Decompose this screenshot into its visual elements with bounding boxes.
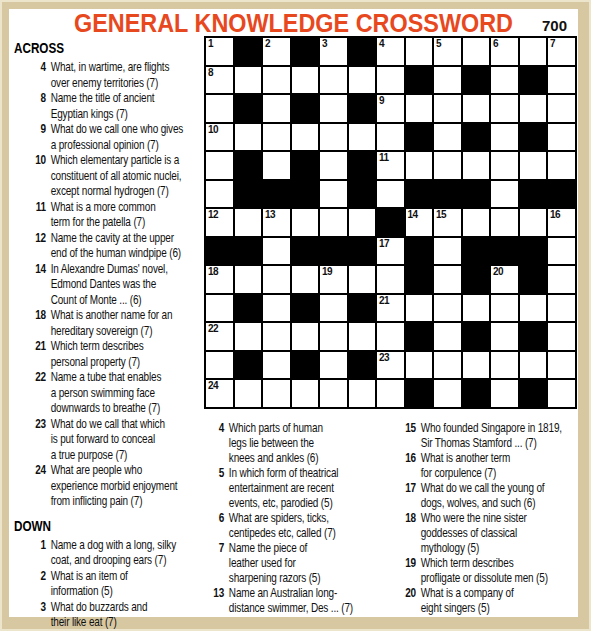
page-frame: GENERAL KNOWLEDGE CROSSWORD 700 12345678… (0, 0, 591, 631)
cell-number: 7 (550, 38, 555, 49)
clue-down-20: 20What is a company of eight singers (5) (391, 585, 578, 615)
cell-r4c3[interactable] (263, 124, 290, 151)
cell-r2c2[interactable] (235, 67, 262, 94)
cell-r2c9[interactable] (434, 67, 461, 94)
clue-number: 1 (14, 537, 51, 553)
clue-number: 23 (14, 416, 51, 432)
cell-r13c10 (463, 380, 490, 407)
cell-r6c7[interactable] (377, 181, 404, 208)
cell-r10c5[interactable] (320, 295, 347, 322)
cell-r11c8 (406, 323, 433, 350)
cell-r6c1[interactable] (206, 181, 233, 208)
clue-text: Which elementary particle is a constitue… (51, 152, 205, 199)
clue-number: 7 (207, 540, 229, 555)
clue-across-14: 14In Alexandre Dumas' novel, Edmond Dant… (14, 261, 204, 308)
cell-r10c3[interactable] (263, 295, 290, 322)
cell-r11c6[interactable] (349, 323, 376, 350)
cell-r8c1 (206, 238, 233, 265)
cell-r7c7 (377, 209, 404, 236)
clue-text: What, in wartime, are flights over enemy… (51, 59, 205, 90)
cell-number: 8 (208, 67, 213, 78)
cell-r6c13 (548, 181, 575, 208)
cell-r9c6[interactable] (349, 266, 376, 293)
clue-text: Name the title of ancient Egyptian kings… (51, 90, 205, 121)
cell-r5c5[interactable] (320, 152, 347, 179)
clue-number: 20 (391, 585, 421, 600)
clue-number: 2 (14, 568, 51, 584)
clue-column-left: ACROSS 4What, in wartime, are flights ov… (14, 40, 204, 630)
cell-number: 17 (379, 238, 389, 249)
cell-r6c4 (292, 181, 319, 208)
cell-r7c6[interactable] (349, 209, 376, 236)
cell-r13c6[interactable] (349, 380, 376, 407)
cell-r5c8[interactable] (406, 152, 433, 179)
clue-number: 4 (207, 420, 229, 435)
cell-r1c6 (349, 38, 376, 65)
clue-number: 5 (207, 465, 229, 480)
cell-r13c8 (406, 380, 433, 407)
clue-down-17: 17What do we call the young of dogs, wol… (391, 480, 578, 510)
cell-r6c10 (463, 181, 490, 208)
clue-text: What is a company of eight singers (5) (421, 585, 579, 615)
cell-r12c13[interactable] (548, 352, 575, 379)
cell-r1c8[interactable] (406, 38, 433, 65)
cell-r12c6 (349, 352, 376, 379)
cell-r2c4[interactable] (292, 67, 319, 94)
clue-number: 24 (14, 462, 51, 478)
clue-down-13: 13Name an Australian long- distance swim… (207, 585, 391, 615)
cell-r4c11[interactable] (491, 124, 518, 151)
down-clue-list-middle: 4Which parts of human legs lie between t… (207, 420, 391, 615)
cell-r10c6 (349, 295, 376, 322)
cell-r6c12 (520, 181, 547, 208)
cell-r5c11[interactable] (491, 152, 518, 179)
clue-text: What do we call one who gives a professi… (51, 121, 205, 152)
cell-r1c9[interactable]: 5 (434, 38, 461, 65)
cell-r9c13[interactable] (548, 266, 575, 293)
cell-r4c12 (520, 124, 547, 151)
cell-r13c7[interactable] (377, 380, 404, 407)
clue-down-18: 18Who were the nine sister goddesses of … (391, 510, 578, 555)
cell-r7c4[interactable] (292, 209, 319, 236)
cell-r9c9[interactable] (434, 266, 461, 293)
cell-r12c4 (292, 352, 319, 379)
cell-r4c1[interactable]: 10 (206, 124, 233, 151)
clue-down-2: 2What is an item of information (5) (14, 568, 204, 599)
cell-number: 21 (379, 295, 389, 306)
cell-r6c6 (349, 181, 376, 208)
cell-r7c5[interactable] (320, 209, 347, 236)
cell-r11c11[interactable] (491, 323, 518, 350)
cell-r3c11[interactable] (491, 95, 518, 122)
cell-r4c6[interactable] (349, 124, 376, 151)
cell-r11c7[interactable] (377, 323, 404, 350)
cell-r3c10[interactable] (463, 95, 490, 122)
clue-number: 6 (207, 510, 229, 525)
cell-number: 11 (379, 152, 389, 163)
clue-down-16: 16What is another term for corpulence (7… (391, 450, 578, 480)
across-heading: ACROSS (14, 40, 204, 56)
cell-r8c2 (235, 238, 262, 265)
cell-number: 6 (493, 38, 498, 49)
cell-r10c1[interactable] (206, 295, 233, 322)
cell-r11c1[interactable]: 22 (206, 323, 233, 350)
cell-r8c9[interactable] (434, 238, 461, 265)
cell-r8c12 (520, 238, 547, 265)
cell-r1c13[interactable]: 7 (548, 38, 575, 65)
cell-r3c7[interactable]: 9 (377, 95, 404, 122)
cell-number: 3 (322, 38, 327, 49)
cell-number: 16 (550, 209, 560, 220)
clue-column-right: 15Who founded Singapore in 1819, Sir Tho… (391, 420, 578, 615)
clue-text: Which term describes personal property (… (51, 338, 205, 369)
cell-r2c10 (463, 67, 490, 94)
cell-r1c3[interactable]: 2 (263, 38, 290, 65)
clue-down-3: 3What do buzzards and their like eat (7) (14, 599, 204, 630)
cell-r12c10[interactable] (463, 352, 490, 379)
cell-r6c8 (406, 181, 433, 208)
cell-number: 15 (436, 209, 446, 220)
cell-r11c12 (520, 323, 547, 350)
clue-text: Which term describes profligate or disso… (421, 555, 579, 585)
cell-r12c11[interactable] (491, 352, 518, 379)
cell-r3c2 (235, 95, 262, 122)
cell-r2c7[interactable] (377, 67, 404, 94)
cell-number: 13 (265, 209, 275, 220)
cell-r13c11[interactable] (491, 380, 518, 407)
cell-r8c10 (463, 238, 490, 265)
cell-r9c11[interactable]: 20 (491, 266, 518, 293)
cell-r7c2[interactable] (235, 209, 262, 236)
cell-r3c13[interactable] (548, 95, 575, 122)
cell-r10c9[interactable] (434, 295, 461, 322)
clue-down-5: 5In which form of theatrical entertainme… (207, 465, 391, 510)
cell-r2c8 (406, 67, 433, 94)
cell-r13c1[interactable]: 24 (206, 380, 233, 407)
clue-number: 21 (14, 338, 51, 354)
clue-text: In which form of theatrical entertainmen… (229, 465, 391, 510)
cell-r9c7[interactable] (377, 266, 404, 293)
cell-r11c4[interactable] (292, 323, 319, 350)
cell-r12c2 (235, 352, 262, 379)
cell-number: 24 (208, 380, 218, 391)
cell-r2c3[interactable] (263, 67, 290, 94)
cell-r13c13[interactable] (548, 380, 575, 407)
cell-number: 14 (408, 209, 418, 220)
cell-number: 19 (322, 266, 332, 277)
cell-r9c10 (463, 266, 490, 293)
clue-down-15: 15Who founded Singapore in 1819, Sir Tho… (391, 420, 578, 450)
clue-number: 10 (14, 152, 51, 168)
cell-r3c4 (292, 95, 319, 122)
clue-text: What is an item of information (5) (51, 568, 205, 599)
cell-r4c2[interactable] (235, 124, 262, 151)
cell-r11c9[interactable] (434, 323, 461, 350)
clue-across-11: 11What is a more common term for the pat… (14, 199, 204, 230)
cell-r5c13[interactable] (548, 152, 575, 179)
cell-r5c10[interactable] (463, 152, 490, 179)
cell-number: 1 (208, 38, 213, 49)
clue-text: What are people who experience morbid en… (51, 462, 205, 509)
cell-r1c4 (292, 38, 319, 65)
clue-text: What do we call the young of dogs, wolve… (421, 480, 579, 510)
cell-r4c5[interactable] (320, 124, 347, 151)
cell-r12c1[interactable] (206, 352, 233, 379)
cell-r12c9[interactable] (434, 352, 461, 379)
cell-r6c9 (434, 181, 461, 208)
cell-r1c1[interactable]: 1 (206, 38, 233, 65)
cell-r10c7[interactable]: 21 (377, 295, 404, 322)
clue-down-6: 6What are spiders, ticks, centipedes etc… (207, 510, 391, 540)
down-clue-list-right: 15Who founded Singapore in 1819, Sir Tho… (391, 420, 578, 615)
cell-r9c8 (406, 266, 433, 293)
cell-r7c10[interactable] (463, 209, 490, 236)
cell-number: 2 (265, 38, 270, 49)
clue-text: What do we call that which is put forwar… (51, 416, 205, 463)
clue-across-9: 9What do we call one who gives a profess… (14, 121, 204, 152)
cell-number: 18 (208, 266, 218, 277)
cell-r7c1[interactable]: 12 (206, 209, 233, 236)
cell-r7c8[interactable]: 14 (406, 209, 433, 236)
clue-number: 11 (14, 199, 51, 215)
cell-r6c5[interactable] (320, 181, 347, 208)
cell-r10c12[interactable] (520, 295, 547, 322)
clue-across-22: 22Name a tube that enables a person swim… (14, 369, 204, 416)
cell-r6c2 (235, 181, 262, 208)
clue-number: 13 (207, 585, 229, 600)
clue-number: 3 (14, 599, 51, 615)
cell-r1c2 (235, 38, 262, 65)
cell-r9c4[interactable] (292, 266, 319, 293)
crossword-grid: 123456789101112131415161718192021222324 (204, 36, 577, 409)
cell-r3c8[interactable] (406, 95, 433, 122)
down-heading: DOWN (14, 518, 204, 534)
cell-r2c6[interactable] (349, 67, 376, 94)
cell-r10c11[interactable] (491, 295, 518, 322)
cell-r12c5[interactable] (320, 352, 347, 379)
clue-number: 12 (14, 230, 51, 246)
clue-down-19: 19Which term describes profligate or dis… (391, 555, 578, 585)
cell-r5c1[interactable] (206, 152, 233, 179)
cell-r11c5[interactable] (320, 323, 347, 350)
cell-r8c3[interactable] (263, 238, 290, 265)
cell-r3c12[interactable] (520, 95, 547, 122)
clue-number: 19 (391, 555, 421, 570)
cell-r10c4 (292, 295, 319, 322)
clue-text: What is a more common term for the patel… (51, 199, 205, 230)
cell-r11c3[interactable] (263, 323, 290, 350)
puzzle-title: GENERAL KNOWLEDGE CROSSWORD (37, 10, 549, 36)
clue-across-10: 10Which elementary particle is a constit… (14, 152, 204, 199)
cell-r10c13[interactable] (548, 295, 575, 322)
clue-number: 18 (14, 307, 51, 323)
cell-r12c7[interactable]: 23 (377, 352, 404, 379)
cell-r5c6 (349, 152, 376, 179)
cell-r1c7[interactable]: 4 (377, 38, 404, 65)
cell-r12c12[interactable] (520, 352, 547, 379)
clue-down-7: 7Name the piece of leather used for shar… (207, 540, 391, 585)
cell-r12c3[interactable] (263, 352, 290, 379)
clue-down-1: 1Name a dog with a long, silky coat, and… (14, 537, 204, 568)
cell-r7c13[interactable]: 16 (548, 209, 575, 236)
clue-column-middle: 4Which parts of human legs lie between t… (207, 420, 391, 615)
clue-text: What do buzzards and their like eat (7) (51, 599, 205, 630)
clue-text: In Alexandre Dumas' novel, Edmond Dantes… (51, 261, 205, 308)
cell-r2c1[interactable]: 8 (206, 67, 233, 94)
clue-number: 9 (14, 121, 51, 137)
cell-r8c4 (292, 238, 319, 265)
clue-across-24: 24What are people who experience morbid … (14, 462, 204, 509)
cell-r4c8 (406, 124, 433, 151)
cell-r8c7[interactable]: 17 (377, 238, 404, 265)
clue-text: Name a dog with a long, silky coat, and … (51, 537, 205, 568)
clue-text: What are spiders, ticks, centipedes etc,… (229, 510, 391, 540)
cell-r8c5 (320, 238, 347, 265)
cell-r4c9[interactable] (434, 124, 461, 151)
cell-r13c12 (520, 380, 547, 407)
clue-down-4: 4Which parts of human legs lie between t… (207, 420, 391, 465)
cell-r10c2 (235, 295, 262, 322)
clue-number: 16 (391, 450, 421, 465)
cell-r9c12 (520, 266, 547, 293)
cell-r9c3[interactable] (263, 266, 290, 293)
clue-across-23: 23What do we call that which is put forw… (14, 416, 204, 463)
cell-r2c5[interactable] (320, 67, 347, 94)
clue-across-4: 4What, in wartime, are flights over enem… (14, 59, 204, 90)
cell-r13c9[interactable] (434, 380, 461, 407)
cell-r4c7[interactable] (377, 124, 404, 151)
cell-r1c10[interactable] (463, 38, 490, 65)
cell-r7c9[interactable]: 15 (434, 209, 461, 236)
cell-r1c5[interactable]: 3 (320, 38, 347, 65)
cell-r11c10 (463, 323, 490, 350)
clue-across-18: 18What is another name for an hereditary… (14, 307, 204, 338)
cell-r8c13[interactable] (548, 238, 575, 265)
puzzle-number: 700 (542, 17, 567, 34)
clue-text: Who were the nine sister goddesses of cl… (421, 510, 579, 555)
cell-r12c8[interactable] (406, 352, 433, 379)
cell-number: 4 (379, 38, 384, 49)
cell-r8c6 (349, 238, 376, 265)
cell-number: 10 (208, 124, 218, 135)
cell-r6c11[interactable] (491, 181, 518, 208)
clue-number: 17 (391, 480, 421, 495)
down-clue-list-left: 1Name a dog with a long, silky coat, and… (14, 537, 204, 630)
cell-r11c2[interactable] (235, 323, 262, 350)
cell-r5c7[interactable]: 11 (377, 152, 404, 179)
clue-number: 15 (391, 420, 421, 435)
clue-number: 22 (14, 369, 51, 385)
cell-r8c8 (406, 238, 433, 265)
clue-text: What is another name for an hereditary s… (51, 307, 205, 338)
cell-r3c3[interactable] (263, 95, 290, 122)
cell-r11c13[interactable] (548, 323, 575, 350)
clue-text: Name an Australian long- distance swimme… (229, 585, 391, 615)
cell-r13c4[interactable] (292, 380, 319, 407)
cell-r5c2 (235, 152, 262, 179)
cell-number: 23 (379, 352, 389, 363)
cell-number: 22 (208, 323, 218, 334)
cell-r3c9[interactable] (434, 95, 461, 122)
cell-r13c2[interactable] (235, 380, 262, 407)
clue-number: 8 (14, 90, 51, 106)
puzzle-panel: GENERAL KNOWLEDGE CROSSWORD 700 12345678… (9, 9, 578, 617)
cell-r13c3[interactable] (263, 380, 290, 407)
cell-r5c9[interactable] (434, 152, 461, 179)
cell-r9c5[interactable]: 19 (320, 266, 347, 293)
cell-r13c5[interactable] (320, 380, 347, 407)
cell-r10c10[interactable] (463, 295, 490, 322)
cell-number: 12 (208, 209, 218, 220)
across-clue-list: 4What, in wartime, are flights over enem… (14, 59, 204, 509)
cell-r4c13[interactable] (548, 124, 575, 151)
clue-text: Name a tube that enables a person swimmi… (51, 369, 205, 416)
cell-r7c11[interactable] (491, 209, 518, 236)
cell-r7c12[interactable] (520, 209, 547, 236)
cell-r9c1[interactable]: 18 (206, 266, 233, 293)
cell-r10c8[interactable] (406, 295, 433, 322)
cell-r8c11 (491, 238, 518, 265)
clue-text: Who founded Singapore in 1819, Sir Thoma… (421, 420, 579, 450)
clue-number: 14 (14, 261, 51, 277)
cell-number: 5 (436, 38, 441, 49)
clue-text: What is another term for corpulence (7) (421, 450, 579, 480)
clue-across-21: 21Which term describes personal property… (14, 338, 204, 369)
cell-r5c3[interactable] (263, 152, 290, 179)
cell-number: 9 (379, 95, 384, 106)
clue-across-12: 12Name the cavity at the upper end of th… (14, 230, 204, 261)
clue-number: 4 (14, 59, 51, 75)
cell-r2c13[interactable] (548, 67, 575, 94)
cell-r3c6 (349, 95, 376, 122)
cell-r1c11[interactable]: 6 (491, 38, 518, 65)
cell-r3c5[interactable] (320, 95, 347, 122)
cell-r5c4 (292, 152, 319, 179)
cell-r9c2[interactable] (235, 266, 262, 293)
cell-r2c11[interactable] (491, 67, 518, 94)
cell-r7c3[interactable]: 13 (263, 209, 290, 236)
cell-r3c1[interactable] (206, 95, 233, 122)
clue-text: Which parts of human legs lie between th… (229, 420, 391, 465)
cell-r5c12[interactable] (520, 152, 547, 179)
cell-r6c3 (263, 181, 290, 208)
cell-r4c10 (463, 124, 490, 151)
cell-number: 20 (493, 266, 503, 277)
cell-r4c4[interactable] (292, 124, 319, 151)
clue-across-8: 8Name the title of ancient Egyptian king… (14, 90, 204, 121)
clue-text: Name the cavity at the upper end of the … (51, 230, 205, 261)
clue-text: Name the piece of leather used for sharp… (229, 540, 391, 585)
clue-number: 18 (391, 510, 421, 525)
cell-r2c12 (520, 67, 547, 94)
cell-r1c12[interactable] (520, 38, 547, 65)
